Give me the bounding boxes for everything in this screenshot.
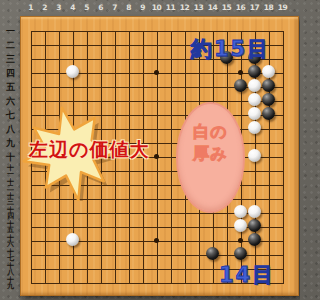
left-coordinate: 十七 — [3, 248, 18, 261]
ellipse-label: 白の 厚み — [176, 121, 245, 165]
black-stone[interactable] — [248, 219, 261, 232]
top-coordinate: 7 — [112, 3, 117, 12]
top-coordinate: 16 — [236, 3, 245, 12]
white-stone[interactable] — [248, 93, 261, 106]
ellipse-label-line2: 厚み — [176, 143, 245, 165]
hoshi-point — [238, 238, 243, 243]
white-stone[interactable] — [248, 205, 261, 218]
black-stone[interactable] — [234, 79, 247, 92]
go-diagram: { "game": "go", "board": { "size": 19, "… — [0, 0, 300, 300]
white-stone[interactable] — [248, 107, 261, 120]
ellipse-label-line1: 白の — [176, 121, 245, 143]
white-stone[interactable] — [66, 233, 79, 246]
white-stone[interactable] — [248, 79, 261, 92]
top-coordinate: 13 — [194, 3, 203, 12]
top-coordinate: 9 — [140, 3, 145, 12]
black-stone[interactable] — [262, 107, 275, 120]
left-coordinate: 十八 — [3, 262, 18, 275]
white-stone[interactable] — [234, 205, 247, 218]
left-coordinate: 十四 — [3, 206, 18, 219]
top-coordinate: 12 — [180, 3, 189, 12]
left-coordinate: 五 — [3, 82, 18, 91]
starburst-label: 左辺の価値大 — [29, 137, 149, 163]
top-coordinate: 10 — [152, 3, 161, 12]
hoshi-point — [154, 154, 159, 159]
hoshi-point — [238, 70, 243, 75]
top-coordinate: 15 — [222, 3, 231, 12]
black-stone[interactable] — [234, 247, 247, 260]
left-coordinate: 四 — [3, 68, 18, 77]
top-right-points-label: 約15目 — [191, 35, 270, 63]
black-stone[interactable] — [248, 233, 261, 246]
left-coordinate: 十五 — [3, 220, 18, 233]
top-coordinate: 1 — [28, 3, 33, 12]
top-coordinate: 2 — [42, 3, 47, 12]
white-stone[interactable] — [248, 121, 261, 134]
left-coordinate: 三 — [3, 54, 18, 63]
black-stone[interactable] — [262, 93, 275, 106]
top-coordinate: 3 — [56, 3, 61, 12]
black-stone[interactable] — [248, 65, 261, 78]
white-stone[interactable] — [262, 65, 275, 78]
left-coordinate: 十六 — [3, 234, 18, 247]
black-stone[interactable] — [262, 79, 275, 92]
left-coordinate: 二 — [3, 40, 18, 49]
top-coordinate: 19 — [278, 3, 287, 12]
top-coordinate: 14 — [208, 3, 217, 12]
black-stone[interactable] — [206, 247, 219, 260]
hoshi-point — [154, 238, 159, 243]
top-coordinate: 5 — [84, 3, 89, 12]
top-coordinate: 11 — [166, 3, 175, 12]
white-stone[interactable] — [234, 219, 247, 232]
top-coordinate: 8 — [126, 3, 131, 12]
left-coordinate: 十九 — [3, 276, 18, 289]
hoshi-point — [154, 70, 159, 75]
top-coordinate: 17 — [250, 3, 259, 12]
white-stone[interactable] — [66, 65, 79, 78]
bottom-right-points-label: 14目 — [219, 261, 275, 289]
top-coordinate: 18 — [264, 3, 273, 12]
top-coordinate: 4 — [70, 3, 75, 12]
left-coordinate: 一 — [3, 26, 18, 35]
white-stone[interactable] — [248, 149, 261, 162]
top-coordinate: 6 — [98, 3, 103, 12]
